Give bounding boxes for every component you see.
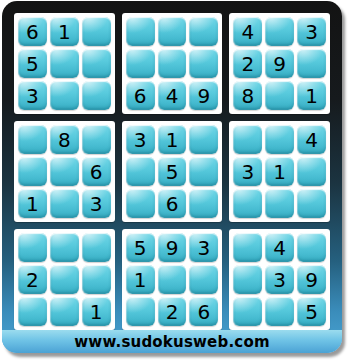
given-digit: 9: [166, 238, 179, 258]
given-digit: 6: [90, 162, 103, 182]
sudoku-cell-r1c1: 6: [18, 17, 47, 46]
sudoku-cell-r5c6[interactable]: [189, 157, 218, 186]
sudoku-cell-r9c6: 6: [189, 297, 218, 326]
sudoku-cell-r5c4[interactable]: [126, 157, 155, 186]
sudoku-block-7: 21: [14, 229, 115, 330]
given-digit: 9: [305, 270, 318, 290]
given-digit: 2: [241, 54, 254, 74]
given-digit: 1: [166, 130, 179, 150]
given-digit: 2: [26, 270, 39, 290]
sudoku-cell-r2c5[interactable]: [158, 49, 187, 78]
sudoku-cell-r6c5: 6: [158, 189, 187, 218]
sudoku-cell-r2c3[interactable]: [82, 49, 111, 78]
sudoku-cell-r8c2[interactable]: [50, 265, 79, 294]
sudoku-cell-r2c6[interactable]: [189, 49, 218, 78]
given-digit: 4: [273, 238, 286, 258]
given-digit: 1: [273, 162, 286, 182]
sudoku-cell-r9c3: 1: [82, 297, 111, 326]
sudoku-cell-r5c5: 5: [158, 157, 187, 186]
sudoku-cell-r6c7[interactable]: [233, 189, 262, 218]
sudoku-cell-r8c3[interactable]: [82, 265, 111, 294]
sudoku-cell-r3c4: 6: [126, 81, 155, 110]
sudoku-cell-r6c8[interactable]: [265, 189, 294, 218]
given-digit: 1: [134, 270, 147, 290]
sudoku-cell-r5c1[interactable]: [18, 157, 47, 186]
sudoku-cell-r4c4: 3: [126, 125, 155, 154]
sudoku-cell-r8c5[interactable]: [158, 265, 187, 294]
sudoku-block-3: 432981: [229, 13, 330, 114]
sudoku-cell-r1c3[interactable]: [82, 17, 111, 46]
sudoku-cell-r2c4[interactable]: [126, 49, 155, 78]
sudoku-cell-r3c9: 1: [297, 81, 326, 110]
sudoku-block-8: 593126: [122, 229, 223, 330]
sudoku-cell-r8c4: 1: [126, 265, 155, 294]
sudoku-cell-r2c8: 9: [265, 49, 294, 78]
sudoku-block-6: 431: [229, 121, 330, 222]
sudoku-cell-r5c3: 6: [82, 157, 111, 186]
sudoku-cell-r7c1[interactable]: [18, 233, 47, 262]
sudoku-cell-r4c8[interactable]: [265, 125, 294, 154]
sudoku-cell-r7c4: 5: [126, 233, 155, 262]
given-digit: 5: [305, 302, 318, 322]
given-digit: 6: [134, 86, 147, 106]
sudoku-cell-r1c8[interactable]: [265, 17, 294, 46]
sudoku-cell-r1c2: 1: [50, 17, 79, 46]
sudoku-cell-r7c3[interactable]: [82, 233, 111, 262]
sudoku-cell-r6c1: 1: [18, 189, 47, 218]
given-digit: 6: [166, 194, 179, 214]
sudoku-cell-r4c7[interactable]: [233, 125, 262, 154]
sudoku-cell-r9c2[interactable]: [50, 297, 79, 326]
given-digit: 8: [241, 86, 254, 106]
sudoku-cell-r9c5: 2: [158, 297, 187, 326]
sudoku-cell-r8c8: 3: [265, 265, 294, 294]
sudoku-cell-r6c9[interactable]: [297, 189, 326, 218]
given-digit: 8: [58, 130, 71, 150]
sudoku-cell-r6c6[interactable]: [189, 189, 218, 218]
given-digit: 9: [198, 86, 211, 106]
sudoku-block-4: 8613: [14, 121, 115, 222]
given-digit: 6: [26, 22, 39, 42]
given-digit: 9: [273, 54, 286, 74]
sudoku-cell-r6c3: 3: [82, 189, 111, 218]
sudoku-cell-r1c5[interactable]: [158, 17, 187, 46]
sudoku-cell-r7c7[interactable]: [233, 233, 262, 262]
sudoku-cell-r5c2[interactable]: [50, 157, 79, 186]
sudoku-cell-r3c1: 3: [18, 81, 47, 110]
sudoku-cell-r9c9: 5: [297, 297, 326, 326]
given-digit: 5: [26, 54, 39, 74]
given-digit: 5: [166, 162, 179, 182]
sudoku-cell-r7c9[interactable]: [297, 233, 326, 262]
sudoku-block-2: 649: [122, 13, 223, 114]
given-digit: 3: [90, 194, 103, 214]
sudoku-cell-r4c6[interactable]: [189, 125, 218, 154]
given-digit: 1: [305, 86, 318, 106]
site-url[interactable]: www.sudokusweb.com: [2, 330, 342, 353]
sudoku-cell-r8c7[interactable]: [233, 265, 262, 294]
sudoku-cell-r7c6: 3: [189, 233, 218, 262]
sudoku-cell-r1c9: 3: [297, 17, 326, 46]
sudoku-cell-r4c2: 8: [50, 125, 79, 154]
given-digit: 4: [241, 22, 254, 42]
given-digit: 1: [26, 194, 39, 214]
sudoku-block-1: 6153: [14, 13, 115, 114]
given-digit: 3: [305, 22, 318, 42]
sudoku-cell-r4c3[interactable]: [82, 125, 111, 154]
sudoku-cell-r9c7[interactable]: [233, 297, 262, 326]
given-digit: 4: [305, 130, 318, 150]
sudoku-cell-r1c7: 4: [233, 17, 262, 46]
sudoku-cell-r3c8[interactable]: [265, 81, 294, 110]
sudoku-cell-r5c7: 3: [233, 157, 262, 186]
sudoku-cell-r2c7: 2: [233, 49, 262, 78]
sudoku-cell-r4c1[interactable]: [18, 125, 47, 154]
sudoku-cell-r3c6: 9: [189, 81, 218, 110]
given-digit: 1: [58, 22, 71, 42]
sudoku-cell-r2c2[interactable]: [50, 49, 79, 78]
sudoku-cell-r6c2[interactable]: [50, 189, 79, 218]
sudoku-cell-r1c4[interactable]: [126, 17, 155, 46]
given-digit: 3: [26, 86, 39, 106]
sudoku-block-9: 4395: [229, 229, 330, 330]
sudoku-cell-r8c1: 2: [18, 265, 47, 294]
given-digit: 3: [134, 130, 147, 150]
sudoku-cell-r3c5: 4: [158, 81, 187, 110]
sudoku-block-5: 3156: [122, 121, 223, 222]
sudoku-frame: 615364943298186133156431215931264395 www…: [2, 1, 342, 353]
sudoku-cell-r3c7: 8: [233, 81, 262, 110]
sudoku-cell-r4c5: 1: [158, 125, 187, 154]
sudoku-cell-r2c1: 5: [18, 49, 47, 78]
sudoku-cell-r9c4[interactable]: [126, 297, 155, 326]
sudoku-cell-r4c9: 4: [297, 125, 326, 154]
sudoku-cell-r5c9[interactable]: [297, 157, 326, 186]
sudoku-cell-r8c6[interactable]: [189, 265, 218, 294]
given-digit: 5: [134, 238, 147, 258]
sudoku-cell-r3c2[interactable]: [50, 81, 79, 110]
sudoku-cell-r2c9[interactable]: [297, 49, 326, 78]
sudoku-cell-r8c9: 9: [297, 265, 326, 294]
given-digit: 6: [198, 302, 211, 322]
sudoku-cell-r7c5: 9: [158, 233, 187, 262]
sudoku-cell-r9c1[interactable]: [18, 297, 47, 326]
given-digit: 1: [90, 302, 103, 322]
sudoku-cell-r9c8[interactable]: [265, 297, 294, 326]
sudoku-cell-r3c3[interactable]: [82, 81, 111, 110]
sudoku-board: 615364943298186133156431215931264395: [14, 13, 330, 330]
sudoku-cell-r5c8: 1: [265, 157, 294, 186]
given-digit: 3: [241, 162, 254, 182]
sudoku-cell-r7c2[interactable]: [50, 233, 79, 262]
given-digit: 2: [166, 302, 179, 322]
sudoku-cell-r7c8: 4: [265, 233, 294, 262]
given-digit: 3: [198, 238, 211, 258]
sudoku-cell-r1c6[interactable]: [189, 17, 218, 46]
sudoku-cell-r6c4[interactable]: [126, 189, 155, 218]
given-digit: 3: [273, 270, 286, 290]
given-digit: 4: [166, 86, 179, 106]
